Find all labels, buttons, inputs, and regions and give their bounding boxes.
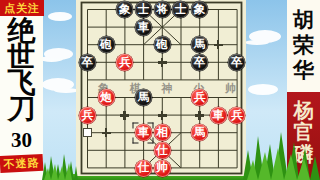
red-車-piece[interactable]: 車 [135, 124, 152, 141]
point-cross-icon [102, 128, 111, 137]
black-士-piece[interactable]: 士 [135, 1, 152, 18]
piece-black-卒[interactable]: 卒 [190, 54, 209, 72]
piece-black-砲[interactable]: 砲 [153, 36, 172, 54]
piece-red-仕[interactable]: 仕 [153, 142, 172, 160]
piece-red-兵[interactable]: 兵 [190, 89, 209, 107]
red-兵-piece[interactable]: 兵 [228, 107, 245, 124]
point-marker [115, 107, 134, 125]
piece-black-象[interactable]: 象 [190, 1, 209, 19]
player-name-top: 胡荣华 [287, 0, 320, 92]
episode-number: 30 [0, 128, 43, 153]
grass-left [42, 146, 78, 180]
piece-grid: 象士将士象車砲砲馬卒卒卒馬兵炮兵兵車兵車相馬仕仕帅 [78, 1, 246, 177]
piece-black-馬[interactable]: 馬 [190, 36, 209, 54]
piece-red-相[interactable]: 相 [153, 124, 172, 142]
black-卒-piece[interactable]: 卒 [228, 54, 245, 71]
piece-black-卒[interactable]: 卒 [228, 54, 247, 72]
grass-right [243, 126, 320, 180]
cloud [249, 30, 281, 43]
black-卒-piece[interactable]: 卒 [79, 54, 96, 71]
point-cross-icon [158, 58, 167, 67]
black-砲-piece[interactable]: 砲 [154, 36, 171, 53]
piece-red-車[interactable]: 車 [209, 107, 228, 125]
red-仕-piece[interactable]: 仕 [135, 160, 152, 177]
red-兵-piece[interactable]: 兵 [116, 54, 133, 71]
piece-red-兵[interactable]: 兵 [228, 107, 247, 125]
red-炮-piece[interactable]: 炮 [98, 89, 115, 106]
black-将-piece[interactable]: 将 [154, 1, 171, 18]
red-車-piece[interactable]: 車 [210, 107, 227, 124]
move-from-marker [78, 124, 97, 142]
piece-red-炮[interactable]: 炮 [97, 89, 116, 107]
char: 华 [293, 58, 314, 83]
cloud [44, 48, 73, 60]
move-from-square-icon [83, 128, 92, 137]
red-兵-piece[interactable]: 兵 [191, 89, 208, 106]
point-cross-icon [120, 111, 129, 120]
point-marker [209, 36, 228, 54]
piece-black-馬[interactable]: 馬 [134, 89, 153, 107]
black-象-piece[interactable]: 象 [116, 1, 133, 18]
piece-black-象[interactable]: 象 [115, 1, 134, 19]
piece-red-仕[interactable]: 仕 [134, 159, 153, 177]
piece-black-砲[interactable]: 砲 [97, 36, 116, 54]
piece-red-兵[interactable]: 兵 [115, 54, 134, 72]
piece-black-将[interactable]: 将 [153, 1, 172, 19]
char: 杨 [294, 99, 314, 121]
piece-red-馬[interactable]: 馬 [190, 124, 209, 142]
black-馬-piece[interactable]: 馬 [191, 36, 208, 53]
series-title: 绝世飞刀 [0, 18, 43, 122]
red-相-piece[interactable]: 相 [154, 124, 171, 141]
red-帅-piece[interactable]: 帅 [154, 160, 171, 177]
xiangqi-board: 象棋神少帅 象士将士象車砲砲馬卒卒卒馬兵炮兵兵車兵車相馬仕仕帅 [76, 0, 246, 176]
point-marker [153, 54, 172, 72]
char: 荣 [293, 33, 314, 58]
follow-banner: 点关注 [0, 0, 44, 16]
red-兵-piece[interactable]: 兵 [79, 107, 96, 124]
piece-black-卒[interactable]: 卒 [78, 54, 97, 72]
point-marker [190, 107, 209, 125]
black-士-piece[interactable]: 士 [172, 1, 189, 18]
black-象-piece[interactable]: 象 [191, 1, 208, 18]
char: 刀 [8, 96, 36, 122]
black-馬-piece[interactable]: 馬 [135, 89, 152, 106]
piece-black-士[interactable]: 士 [171, 1, 190, 19]
black-卒-piece[interactable]: 卒 [191, 54, 208, 71]
cloud [42, 78, 74, 91]
piece-red-兵[interactable]: 兵 [78, 107, 97, 125]
point-marker [153, 107, 172, 125]
piece-red-車[interactable]: 車 [134, 124, 153, 142]
red-仕-piece[interactable]: 仕 [154, 142, 171, 159]
cloud [248, 84, 278, 95]
cloud [48, 12, 72, 21]
piece-red-帅[interactable]: 帅 [153, 159, 172, 177]
black-車-piece[interactable]: 車 [135, 19, 152, 36]
point-cross-icon [195, 111, 204, 120]
black-砲-piece[interactable]: 砲 [98, 36, 115, 53]
char: 胡 [293, 8, 314, 33]
point-cross-icon [214, 40, 223, 49]
thumbnail-stage: 象棋神少帅 象士将士象車砲砲馬卒卒卒馬兵炮兵兵車兵車相馬仕仕帅 点关注 绝世飞刀… [0, 0, 320, 180]
point-cross-icon [158, 111, 167, 120]
piece-black-車[interactable]: 車 [134, 19, 153, 37]
point-marker [97, 124, 116, 142]
red-馬-piece[interactable]: 馬 [191, 124, 208, 141]
no-lost-banner: 不迷路 [0, 154, 43, 173]
piece-black-士[interactable]: 士 [134, 1, 153, 19]
